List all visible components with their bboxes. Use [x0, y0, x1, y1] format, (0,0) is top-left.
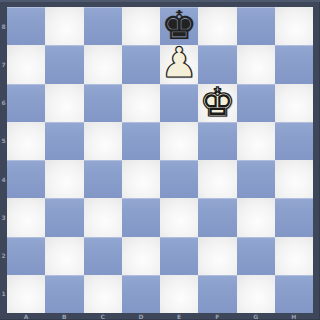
- square-d2[interactable]: [122, 237, 160, 275]
- square-g1[interactable]: [237, 275, 275, 313]
- square-h6[interactable]: [275, 84, 313, 122]
- square-h1[interactable]: [275, 275, 313, 313]
- square-c1[interactable]: [84, 275, 122, 313]
- file-label-f: F: [198, 313, 236, 320]
- rank-label-5: 5: [0, 122, 7, 160]
- square-a7[interactable]: [7, 45, 45, 83]
- square-a5[interactable]: [7, 122, 45, 160]
- square-h8[interactable]: [275, 7, 313, 45]
- rank-coordinates: 87654321: [0, 7, 7, 313]
- square-a6[interactable]: [7, 84, 45, 122]
- square-c2[interactable]: [84, 237, 122, 275]
- square-g7[interactable]: [237, 45, 275, 83]
- square-f8[interactable]: [198, 7, 236, 45]
- square-c7[interactable]: [84, 45, 122, 83]
- square-g8[interactable]: [237, 7, 275, 45]
- file-label-h: H: [275, 313, 313, 320]
- square-a1[interactable]: [7, 275, 45, 313]
- square-g6[interactable]: [237, 84, 275, 122]
- square-c6[interactable]: [84, 84, 122, 122]
- square-c8[interactable]: [84, 7, 122, 45]
- square-f5[interactable]: [198, 122, 236, 160]
- square-e7[interactable]: ♟: [160, 45, 198, 83]
- square-h2[interactable]: [275, 237, 313, 275]
- square-g2[interactable]: [237, 237, 275, 275]
- square-d6[interactable]: [122, 84, 160, 122]
- square-h3[interactable]: [275, 198, 313, 236]
- square-b6[interactable]: [45, 84, 83, 122]
- square-b4[interactable]: [45, 160, 83, 198]
- square-e4[interactable]: [160, 160, 198, 198]
- square-h5[interactable]: [275, 122, 313, 160]
- square-g3[interactable]: [237, 198, 275, 236]
- square-b8[interactable]: [45, 7, 83, 45]
- rank-label-8: 8: [0, 7, 7, 45]
- chess-board: ♚♟♚: [7, 7, 313, 313]
- white-pawn[interactable]: ♟: [160, 44, 198, 82]
- square-h7[interactable]: [275, 45, 313, 83]
- square-f4[interactable]: [198, 160, 236, 198]
- file-label-e: E: [160, 313, 198, 320]
- rank-label-3: 3: [0, 198, 7, 236]
- square-b3[interactable]: [45, 198, 83, 236]
- rank-label-7: 7: [0, 45, 7, 83]
- file-label-a: A: [7, 313, 45, 320]
- square-c5[interactable]: [84, 122, 122, 160]
- square-b7[interactable]: [45, 45, 83, 83]
- square-e6[interactable]: [160, 84, 198, 122]
- square-e3[interactable]: [160, 198, 198, 236]
- rank-label-6: 6: [0, 84, 7, 122]
- square-d3[interactable]: [122, 198, 160, 236]
- square-d5[interactable]: [122, 122, 160, 160]
- square-a4[interactable]: [7, 160, 45, 198]
- square-f1[interactable]: [198, 275, 236, 313]
- square-e1[interactable]: [160, 275, 198, 313]
- square-b1[interactable]: [45, 275, 83, 313]
- square-a2[interactable]: [7, 237, 45, 275]
- square-b2[interactable]: [45, 237, 83, 275]
- square-a3[interactable]: [7, 198, 45, 236]
- square-g4[interactable]: [237, 160, 275, 198]
- file-label-c: C: [84, 313, 122, 320]
- square-f2[interactable]: [198, 237, 236, 275]
- square-c3[interactable]: [84, 198, 122, 236]
- square-f3[interactable]: [198, 198, 236, 236]
- file-label-g: G: [237, 313, 275, 320]
- square-c4[interactable]: [84, 160, 122, 198]
- rank-label-2: 2: [0, 237, 7, 275]
- square-h4[interactable]: [275, 160, 313, 198]
- square-d7[interactable]: [122, 45, 160, 83]
- white-king[interactable]: ♚: [199, 83, 235, 121]
- square-d4[interactable]: [122, 160, 160, 198]
- file-label-b: B: [45, 313, 83, 320]
- square-e5[interactable]: [160, 122, 198, 160]
- rank-label-1: 1: [0, 275, 7, 313]
- square-e2[interactable]: [160, 237, 198, 275]
- rank-label-4: 4: [0, 160, 7, 198]
- chess-board-window: ♚♟♚ 87654321 ABCDEFGH: [0, 0, 320, 320]
- square-f6[interactable]: ♚: [198, 84, 236, 122]
- square-d1[interactable]: [122, 275, 160, 313]
- square-a8[interactable]: [7, 7, 45, 45]
- square-b5[interactable]: [45, 122, 83, 160]
- file-coordinates: ABCDEFGH: [7, 313, 313, 320]
- square-g5[interactable]: [237, 122, 275, 160]
- file-label-d: D: [122, 313, 160, 320]
- square-d8[interactable]: [122, 7, 160, 45]
